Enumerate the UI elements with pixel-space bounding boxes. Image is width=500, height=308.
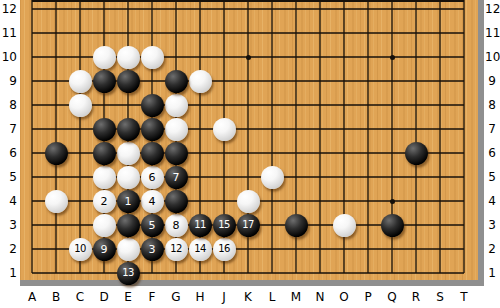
board-grid[interactable]: [20, 0, 478, 280]
black-stone-K3[interactable]: 17: [237, 214, 260, 237]
black-stone-F2[interactable]: 3: [141, 238, 164, 261]
white-stone-B4[interactable]: [45, 190, 68, 213]
black-stone-G6[interactable]: [165, 142, 188, 165]
row-label-left-11: 11: [0, 21, 18, 45]
column-label-E: E: [116, 289, 140, 305]
column-label-B: B: [44, 289, 68, 305]
black-stone-G4[interactable]: [165, 190, 188, 213]
go-board[interactable]: 6248101214167151115179313: [20, 0, 478, 280]
black-stone-E9[interactable]: [117, 70, 140, 93]
black-stone-D7[interactable]: [93, 118, 116, 141]
white-stone-F10[interactable]: [141, 46, 164, 69]
row-label-left-5: 5: [0, 165, 18, 189]
go-app-screenshot: 6248101214167151115179313 12111098765432…: [0, 0, 500, 308]
row-label-right-8: 8: [485, 93, 499, 117]
black-stone-G9[interactable]: [165, 70, 188, 93]
move-number-10: 10: [74, 244, 86, 254]
column-label-N: N: [308, 289, 332, 305]
column-coordinates-bottom: ABCDEFGHJKLMNOPQRST: [0, 286, 500, 308]
column-label-C: C: [68, 289, 92, 305]
row-label-right-7: 7: [485, 117, 499, 141]
column-label-O: O: [332, 289, 356, 305]
black-stone-E3[interactable]: [117, 214, 140, 237]
move-number-3: 3: [149, 244, 156, 255]
white-stone-D4[interactable]: 2: [93, 190, 116, 213]
white-stone-E6[interactable]: [117, 142, 140, 165]
move-number-14: 14: [194, 244, 206, 254]
column-label-D: D: [92, 289, 116, 305]
white-stone-E10[interactable]: [117, 46, 140, 69]
white-stone-O3[interactable]: [333, 214, 356, 237]
column-label-L: L: [260, 289, 284, 305]
white-stone-G3[interactable]: 8: [165, 214, 188, 237]
row-label-left-12: 12: [0, 0, 18, 21]
row-label-right-9: 9: [485, 69, 499, 93]
row-label-right-11: 11: [485, 21, 499, 45]
row-label-left-6: 6: [0, 141, 18, 165]
white-stone-J7[interactable]: [213, 118, 236, 141]
black-stone-H3[interactable]: 11: [189, 214, 212, 237]
white-stone-G7[interactable]: [165, 118, 188, 141]
star-point-Q10: [390, 55, 395, 60]
white-stone-H2[interactable]: 14: [189, 238, 212, 261]
black-stone-E7[interactable]: [117, 118, 140, 141]
column-label-H: H: [188, 289, 212, 305]
column-label-F: F: [140, 289, 164, 305]
move-number-5: 5: [149, 220, 156, 231]
move-number-1: 1: [125, 196, 132, 207]
row-label-right-6: 6: [485, 141, 499, 165]
row-label-left-4: 4: [0, 189, 18, 213]
column-label-A: A: [20, 289, 44, 305]
white-stone-G2[interactable]: 12: [165, 238, 188, 261]
white-stone-F4[interactable]: 4: [141, 190, 164, 213]
row-label-left-1: 1: [0, 261, 18, 285]
black-stone-D9[interactable]: [93, 70, 116, 93]
move-number-4: 4: [149, 196, 156, 207]
move-number-8: 8: [173, 220, 180, 231]
white-stone-C8[interactable]: [69, 94, 92, 117]
white-stone-H9[interactable]: [189, 70, 212, 93]
black-stone-E1[interactable]: 13: [117, 262, 140, 285]
row-label-right-10: 10: [485, 45, 499, 69]
white-stone-C9[interactable]: [69, 70, 92, 93]
move-number-12: 12: [170, 244, 182, 254]
row-label-right-4: 4: [485, 189, 499, 213]
white-stone-F5[interactable]: 6: [141, 166, 164, 189]
black-stone-E4[interactable]: 1: [117, 190, 140, 213]
row-coordinates-left: 121110987654321: [0, 0, 18, 286]
black-stone-Q3[interactable]: [381, 214, 404, 237]
move-number-9: 9: [101, 244, 108, 255]
column-label-M: M: [284, 289, 308, 305]
star-point-K10: [246, 55, 251, 60]
board-shadow-right: [478, 0, 484, 286]
black-stone-G5[interactable]: 7: [165, 166, 188, 189]
white-stone-L5[interactable]: [261, 166, 284, 189]
column-label-S: S: [428, 289, 452, 305]
white-stone-E2[interactable]: [117, 238, 140, 261]
move-number-6: 6: [149, 172, 156, 183]
white-stone-C2[interactable]: 10: [69, 238, 92, 261]
move-number-7: 7: [173, 172, 180, 183]
row-label-left-8: 8: [0, 93, 18, 117]
column-label-R: R: [404, 289, 428, 305]
row-label-right-5: 5: [485, 165, 499, 189]
black-stone-D6[interactable]: [93, 142, 116, 165]
move-number-17: 17: [242, 220, 254, 230]
row-label-left-2: 2: [0, 237, 18, 261]
column-label-P: P: [356, 289, 380, 305]
white-stone-G8[interactable]: [165, 94, 188, 117]
white-stone-E5[interactable]: [117, 166, 140, 189]
white-stone-K4[interactable]: [237, 190, 260, 213]
row-label-left-3: 3: [0, 213, 18, 237]
white-stone-D5[interactable]: [93, 166, 116, 189]
move-number-2: 2: [101, 196, 108, 207]
row-label-right-3: 3: [485, 213, 499, 237]
row-label-left-10: 10: [0, 45, 18, 69]
white-stone-D10[interactable]: [93, 46, 116, 69]
move-number-11: 11: [194, 220, 206, 230]
black-stone-F6[interactable]: [141, 142, 164, 165]
black-stone-J3[interactable]: 15: [213, 214, 236, 237]
move-number-16: 16: [218, 244, 230, 254]
row-label-left-9: 9: [0, 69, 18, 93]
row-label-right-12: 12: [485, 0, 499, 21]
black-stone-M3[interactable]: [285, 214, 308, 237]
black-stone-F8[interactable]: [141, 94, 164, 117]
black-stone-F3[interactable]: 5: [141, 214, 164, 237]
column-label-K: K: [236, 289, 260, 305]
row-label-right-1: 1: [485, 261, 499, 285]
column-label-G: G: [164, 289, 188, 305]
black-stone-R6[interactable]: [405, 142, 428, 165]
move-number-13: 13: [122, 268, 134, 278]
column-label-T: T: [452, 289, 476, 305]
row-label-right-2: 2: [485, 237, 499, 261]
white-stone-D3[interactable]: [93, 214, 116, 237]
move-number-15: 15: [218, 220, 230, 230]
star-point-Q4: [390, 199, 395, 204]
black-stone-D2[interactable]: 9: [93, 238, 116, 261]
column-label-J: J: [212, 289, 236, 305]
white-stone-J2[interactable]: 16: [213, 238, 236, 261]
row-coordinates-right: 121110987654321: [485, 0, 499, 286]
column-label-Q: Q: [380, 289, 404, 305]
black-stone-F7[interactable]: [141, 118, 164, 141]
row-label-left-7: 7: [0, 117, 18, 141]
black-stone-B6[interactable]: [45, 142, 68, 165]
